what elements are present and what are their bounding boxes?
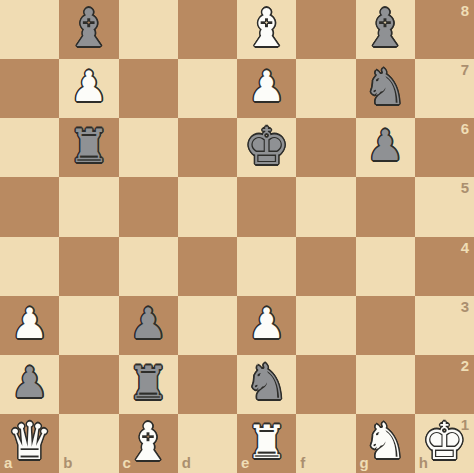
square-a2[interactable]: ♟ xyxy=(0,355,59,414)
square-f1[interactable]: f xyxy=(296,414,355,473)
piece-black-bishop-g8[interactable]: ♝ xyxy=(362,2,409,54)
square-g7[interactable]: ♞ xyxy=(356,59,415,118)
square-h2[interactable]: 2 xyxy=(415,355,474,414)
piece-white-bishop-c1[interactable]: ♝ xyxy=(125,416,172,468)
piece-black-king-e6[interactable]: ♚ xyxy=(244,121,290,172)
rank-label-7: 7 xyxy=(461,62,469,77)
square-a5[interactable] xyxy=(0,177,59,236)
piece-white-rook-e1[interactable]: ♜ xyxy=(246,419,287,465)
square-g2[interactable] xyxy=(356,355,415,414)
square-g3[interactable] xyxy=(356,296,415,355)
file-label-d: d xyxy=(182,455,191,470)
square-c7[interactable] xyxy=(119,59,178,118)
square-f5[interactable] xyxy=(296,177,355,236)
square-e7[interactable]: ♟ xyxy=(237,59,296,118)
square-e3[interactable]: ♟ xyxy=(237,296,296,355)
square-g8[interactable]: ♝ xyxy=(356,0,415,59)
rank-label-3: 3 xyxy=(461,299,469,314)
piece-white-pawn-b7[interactable]: ♟ xyxy=(70,66,108,108)
square-a7[interactable] xyxy=(0,59,59,118)
square-e2[interactable]: ♞ xyxy=(237,355,296,414)
file-label-h: h xyxy=(419,455,428,470)
square-c3[interactable]: ♟ xyxy=(119,296,178,355)
square-e1[interactable]: e♜ xyxy=(237,414,296,473)
square-d6[interactable] xyxy=(178,118,237,177)
square-b7[interactable]: ♟ xyxy=(59,59,118,118)
square-d2[interactable] xyxy=(178,355,237,414)
piece-white-knight-g1[interactable]: ♞ xyxy=(363,417,407,466)
file-label-f: f xyxy=(300,455,305,470)
square-b1[interactable]: b xyxy=(59,414,118,473)
square-a4[interactable] xyxy=(0,237,59,296)
square-e6[interactable]: ♚ xyxy=(237,118,296,177)
square-e5[interactable] xyxy=(237,177,296,236)
piece-white-queen-a1[interactable]: ♛ xyxy=(7,416,53,467)
square-g4[interactable] xyxy=(356,237,415,296)
square-d4[interactable] xyxy=(178,237,237,296)
square-b2[interactable] xyxy=(59,355,118,414)
square-h6[interactable]: 6 xyxy=(415,118,474,177)
rank-label-2: 2 xyxy=(461,358,469,373)
rank-label-1: 1 xyxy=(461,417,469,432)
square-a6[interactable] xyxy=(0,118,59,177)
square-c8[interactable] xyxy=(119,0,178,59)
file-label-e: e xyxy=(241,455,249,470)
piece-black-rook-b6[interactable]: ♜ xyxy=(68,123,109,169)
square-f8[interactable] xyxy=(296,0,355,59)
piece-white-pawn-e3[interactable]: ♟ xyxy=(248,303,286,345)
rank-label-6: 6 xyxy=(461,121,469,136)
square-b3[interactable] xyxy=(59,296,118,355)
square-g6[interactable]: ♟ xyxy=(356,118,415,177)
square-f2[interactable] xyxy=(296,355,355,414)
square-a3[interactable]: ♟ xyxy=(0,296,59,355)
square-h4[interactable]: 4 xyxy=(415,237,474,296)
square-h1[interactable]: 1h♚ xyxy=(415,414,474,473)
square-f3[interactable] xyxy=(296,296,355,355)
square-h8[interactable]: 8 xyxy=(415,0,474,59)
rank-label-4: 4 xyxy=(461,240,469,255)
square-b5[interactable] xyxy=(59,177,118,236)
piece-white-pawn-a3[interactable]: ♟ xyxy=(11,303,49,345)
square-d5[interactable] xyxy=(178,177,237,236)
piece-black-knight-e2[interactable]: ♞ xyxy=(245,358,289,407)
square-f4[interactable] xyxy=(296,237,355,296)
square-e8[interactable]: ♝ xyxy=(237,0,296,59)
file-label-g: g xyxy=(360,455,369,470)
piece-black-rook-c2[interactable]: ♜ xyxy=(128,360,169,406)
file-label-c: c xyxy=(123,455,131,470)
piece-white-pawn-e7[interactable]: ♟ xyxy=(248,66,286,108)
square-d8[interactable] xyxy=(178,0,237,59)
piece-white-bishop-e8[interactable]: ♝ xyxy=(243,2,290,54)
square-d3[interactable] xyxy=(178,296,237,355)
square-h7[interactable]: 7 xyxy=(415,59,474,118)
square-b8[interactable]: ♝ xyxy=(59,0,118,59)
rank-label-5: 5 xyxy=(461,180,469,195)
square-b6[interactable]: ♜ xyxy=(59,118,118,177)
square-c6[interactable] xyxy=(119,118,178,177)
square-c1[interactable]: c♝ xyxy=(119,414,178,473)
piece-black-bishop-b8[interactable]: ♝ xyxy=(66,2,113,54)
square-c5[interactable] xyxy=(119,177,178,236)
square-d1[interactable]: d xyxy=(178,414,237,473)
square-e4[interactable] xyxy=(237,237,296,296)
square-c4[interactable] xyxy=(119,237,178,296)
square-f7[interactable] xyxy=(296,59,355,118)
square-f6[interactable] xyxy=(296,118,355,177)
file-label-b: b xyxy=(63,455,72,470)
square-d7[interactable] xyxy=(178,59,237,118)
square-g5[interactable] xyxy=(356,177,415,236)
square-g1[interactable]: g♞ xyxy=(356,414,415,473)
piece-black-pawn-c3[interactable]: ♟ xyxy=(129,303,167,345)
square-a8[interactable] xyxy=(0,0,59,59)
piece-black-pawn-a2[interactable]: ♟ xyxy=(11,362,49,404)
square-a1[interactable]: a♛ xyxy=(0,414,59,473)
piece-black-pawn-g6[interactable]: ♟ xyxy=(366,125,404,167)
chess-board: ♝♝♝8♟♟♞7♜♚♟654♟♟♟3♟♜♞2a♛bc♝de♜fg♞1h♚ xyxy=(0,0,474,473)
square-h5[interactable]: 5 xyxy=(415,177,474,236)
rank-label-8: 8 xyxy=(461,3,469,18)
square-b4[interactable] xyxy=(59,237,118,296)
piece-black-knight-g7[interactable]: ♞ xyxy=(363,63,407,112)
file-label-a: a xyxy=(4,455,12,470)
square-c2[interactable]: ♜ xyxy=(119,355,178,414)
square-h3[interactable]: 3 xyxy=(415,296,474,355)
